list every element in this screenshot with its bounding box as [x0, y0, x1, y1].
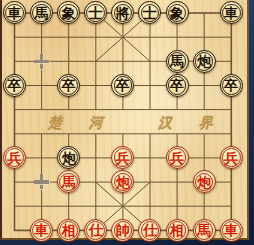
black-soldier-glyph: 卒	[7, 78, 21, 92]
piece-black-advisor[interactable]: 士	[84, 1, 107, 24]
piece-black-elephant[interactable]: 象	[166, 1, 189, 24]
piece-black-soldier[interactable]: 卒	[111, 74, 134, 97]
xiangqi-app-window: 楚 河 汉 界 車馬象士將士象車馬炮卒卒卒卒卒炮兵兵兵兵馬炮炮車相仕帥仕相馬車	[0, 0, 254, 245]
piece-red-soldier[interactable]: 兵	[166, 146, 189, 169]
red-elephant-glyph: 相	[62, 223, 76, 237]
piece-red-elephant[interactable]: 相	[57, 219, 80, 242]
piece-red-advisor[interactable]: 仕	[138, 219, 161, 242]
xiangqi-board[interactable]: 楚 河 汉 界 車馬象士將士象車馬炮卒卒卒卒卒炮兵兵兵兵馬炮炮車相仕帥仕相馬車	[0, 0, 249, 240]
piece-black-cannon[interactable]: 炮	[193, 50, 216, 73]
red-cannon-glyph: 炮	[197, 174, 211, 188]
piece-black-chariot[interactable]: 車	[220, 1, 243, 24]
piece-black-soldier[interactable]: 卒	[57, 74, 80, 97]
piece-black-soldier[interactable]: 卒	[220, 74, 243, 97]
black-elephant-glyph: 象	[170, 5, 184, 19]
red-general-glyph: 帥	[116, 223, 130, 237]
piece-red-soldier[interactable]: 兵	[220, 146, 243, 169]
piece-red-horse[interactable]: 馬	[57, 170, 80, 193]
piece-black-chariot[interactable]: 車	[3, 1, 26, 24]
red-advisor-glyph: 仕	[89, 223, 103, 237]
red-horse-glyph: 馬	[197, 223, 211, 237]
piece-red-cannon[interactable]: 炮	[193, 170, 216, 193]
black-general-glyph: 將	[116, 5, 130, 19]
piece-black-soldier[interactable]: 卒	[3, 74, 26, 97]
piece-grid: 車馬象士將士象車馬炮卒卒卒卒卒炮兵兵兵兵馬炮炮車相仕帥仕相馬車	[1, 1, 245, 242]
red-soldier-glyph: 兵	[170, 150, 184, 164]
piece-black-general[interactable]: 將	[111, 1, 134, 24]
red-chariot-glyph: 車	[224, 223, 238, 237]
cannon-point-marker	[34, 54, 49, 69]
black-soldier-glyph: 卒	[170, 78, 184, 92]
piece-red-soldier[interactable]: 兵	[111, 146, 134, 169]
black-elephant-glyph: 象	[62, 5, 76, 19]
red-elephant-glyph: 相	[170, 223, 184, 237]
piece-red-soldier[interactable]: 兵	[3, 146, 26, 169]
black-soldier-glyph: 卒	[224, 78, 238, 92]
black-cannon-glyph: 炮	[197, 54, 211, 68]
red-soldier-glyph: 兵	[116, 150, 130, 164]
black-chariot-glyph: 車	[7, 5, 21, 19]
red-soldier-glyph: 兵	[224, 150, 238, 164]
red-soldier-glyph: 兵	[7, 150, 21, 164]
piece-red-chariot[interactable]: 車	[30, 219, 53, 242]
black-cannon-glyph: 炮	[62, 150, 76, 164]
piece-red-chariot[interactable]: 車	[220, 219, 243, 242]
red-cannon-glyph: 炮	[116, 174, 130, 188]
piece-red-cannon[interactable]: 炮	[111, 170, 134, 193]
black-soldier-glyph: 卒	[116, 78, 130, 92]
black-soldier-glyph: 卒	[62, 78, 76, 92]
piece-black-horse[interactable]: 馬	[166, 50, 189, 73]
piece-black-horse[interactable]: 馬	[30, 1, 53, 24]
black-chariot-glyph: 車	[224, 5, 238, 19]
black-horse-glyph: 馬	[170, 54, 184, 68]
red-chariot-glyph: 車	[35, 223, 49, 237]
piece-black-cannon[interactable]: 炮	[57, 146, 80, 169]
piece-red-general[interactable]: 帥	[111, 219, 134, 242]
red-advisor-glyph: 仕	[143, 223, 157, 237]
piece-red-horse[interactable]: 馬	[193, 219, 216, 242]
piece-red-elephant[interactable]: 相	[166, 219, 189, 242]
cannon-point-marker	[34, 174, 49, 189]
piece-black-elephant[interactable]: 象	[57, 1, 80, 24]
piece-black-advisor[interactable]: 士	[138, 1, 161, 24]
piece-black-soldier[interactable]: 卒	[166, 74, 189, 97]
black-horse-glyph: 馬	[35, 5, 49, 19]
piece-red-advisor[interactable]: 仕	[84, 219, 107, 242]
red-horse-glyph: 馬	[62, 174, 76, 188]
black-advisor-glyph: 士	[89, 5, 103, 19]
black-advisor-glyph: 士	[143, 5, 157, 19]
